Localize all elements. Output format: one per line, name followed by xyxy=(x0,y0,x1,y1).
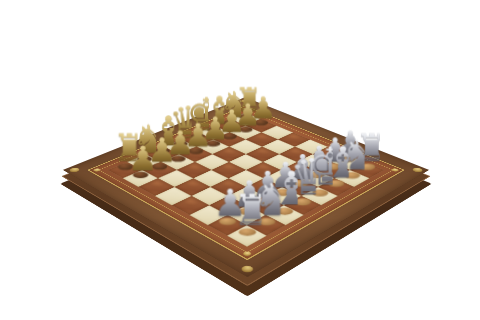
piece-glyph: ♜ xyxy=(233,191,261,230)
inlay-rosette xyxy=(92,168,101,172)
chess-board: ♜♟♟♜♞♟♟♞♝♟♟♝♚♟♟♚♛♟♟♛♝♟♟♝♞♟♟♞♜♟♟♜ xyxy=(63,97,430,277)
piece-glyph: ♟ xyxy=(128,143,153,174)
frame-corner-motif xyxy=(239,264,255,273)
white-pawn[interactable]: ♟ xyxy=(128,143,153,178)
inlay-rosette xyxy=(242,251,253,257)
frame-corner-motif xyxy=(411,167,424,173)
black-rook[interactable]: ♜ xyxy=(233,191,261,235)
chess-set-photo: ♜♟♟♜♞♟♟♞♝♟♟♝♚♟♟♚♛♟♟♛♝♟♟♝♞♟♟♞♜♟♟♜ xyxy=(0,0,480,320)
frame-corner-motif xyxy=(68,167,81,173)
inlay-rosette xyxy=(391,168,400,172)
